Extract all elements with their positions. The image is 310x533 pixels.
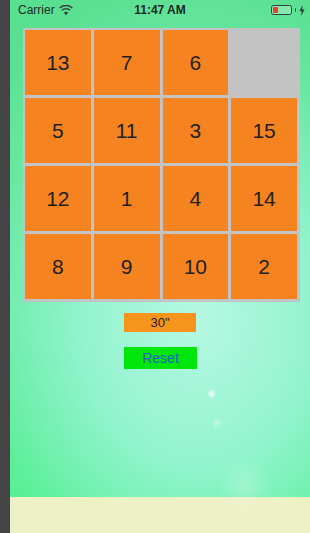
empty-cell: [231, 30, 297, 95]
tile-4[interactable]: 4: [163, 166, 229, 231]
lens-flare-glow: [215, 458, 275, 513]
tile-6[interactable]: 6: [163, 30, 229, 95]
tile-5[interactable]: 5: [25, 98, 91, 163]
battery-icon: [271, 5, 292, 15]
battery-fill: [273, 7, 278, 13]
lens-flare-smudge: [211, 414, 224, 432]
tile-14[interactable]: 14: [231, 166, 297, 231]
tile-15[interactable]: 15: [231, 98, 297, 163]
tile-3[interactable]: 3: [163, 98, 229, 163]
tile-2[interactable]: 2: [231, 234, 297, 299]
tile-1[interactable]: 1: [94, 166, 160, 231]
app-screen: 11:47 AM Carrier 1376511315121: [10, 0, 310, 533]
battery-cap: [295, 8, 297, 12]
timer-display: 30": [124, 313, 196, 332]
tile-10[interactable]: 10: [163, 234, 229, 299]
tile-11[interactable]: 11: [94, 98, 160, 163]
puzzle-board: 137651131512141489102: [23, 28, 300, 302]
tile-13[interactable]: 13: [25, 30, 91, 95]
tile-9[interactable]: 9: [94, 234, 160, 299]
reset-button[interactable]: Reset: [124, 347, 197, 369]
lens-flare-dot: [207, 389, 216, 399]
charging-bolt-icon: [298, 5, 305, 16]
wifi-icon: [59, 5, 73, 16]
status-bar: 11:47 AM Carrier: [10, 0, 310, 20]
tile-8[interactable]: 8: [25, 234, 91, 299]
tile-12[interactable]: 12: [25, 166, 91, 231]
carrier-label: Carrier: [18, 3, 55, 17]
tile-7[interactable]: 7: [94, 30, 160, 95]
